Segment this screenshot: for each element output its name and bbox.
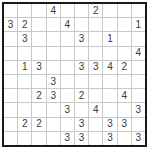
cell-r6c8[interactable] [103,75,116,88]
cell-r8c9[interactable] [118,103,131,116]
cell-r7c3[interactable]: 2 [32,89,45,102]
cell-r6c4[interactable]: 3 [47,75,60,88]
cell-r4c3[interactable] [32,47,45,60]
cell-r2c3[interactable] [32,18,45,31]
cell-r3c2[interactable]: 3 [18,32,31,45]
cell-r4c7[interactable] [89,47,102,60]
cell-r2c1[interactable]: 3 [4,18,17,31]
cell-r8c3[interactable] [32,103,45,116]
cell-r10c8[interactable]: 3 [103,132,116,145]
cell-r1c5[interactable] [61,4,74,17]
cell-r4c8[interactable] [103,47,116,60]
cell-r4c2[interactable] [18,47,31,60]
cell-r3c7[interactable] [89,32,102,45]
cell-r5c7[interactable]: 3 [89,61,102,74]
cell-r9c1[interactable] [4,118,17,131]
cell-r1c7[interactable]: 2 [89,4,102,17]
cell-r7c2[interactable] [18,89,31,102]
cell-r5c3[interactable]: 3 [32,61,45,74]
cell-r5c4[interactable] [47,61,60,74]
cell-r5c10[interactable] [132,61,145,74]
cell-r3c10[interactable] [132,32,145,45]
cell-r6c10[interactable] [132,75,145,88]
cell-r3c1[interactable] [4,32,17,45]
cell-r3c9[interactable] [118,32,131,45]
cell-r2c6[interactable] [75,18,88,31]
cell-r6c9[interactable] [118,75,131,88]
cell-r6c2[interactable] [18,75,31,88]
cell-r8c2[interactable] [18,103,31,116]
cell-r6c3[interactable] [32,75,45,88]
cell-r5c9[interactable]: 2 [118,61,131,74]
cell-r8c10[interactable]: 3 [132,103,145,116]
cell-r5c2[interactable]: 1 [18,61,31,74]
cell-r2c5[interactable]: 4 [61,18,74,31]
cell-r7c10[interactable] [132,89,145,102]
cell-r10c5[interactable]: 3 [61,132,74,145]
cell-r8c6[interactable] [75,103,88,116]
cell-r10c10[interactable]: 3 [132,132,145,145]
puzzle-board: 423241331413334232324343223333333 [2,2,147,147]
cell-r9c7[interactable] [89,118,102,131]
cell-r4c10[interactable]: 4 [132,47,145,60]
cell-r4c6[interactable] [75,47,88,60]
cell-r7c4[interactable]: 3 [47,89,60,102]
cell-r8c7[interactable]: 4 [89,103,102,116]
cell-r2c8[interactable] [103,18,116,31]
cell-r6c6[interactable] [75,75,88,88]
cell-r1c10[interactable] [132,4,145,17]
cell-r7c9[interactable]: 4 [118,89,131,102]
cell-r9c9[interactable]: 3 [118,118,131,131]
cell-r5c1[interactable] [4,61,17,74]
cell-r3c6[interactable]: 3 [75,32,88,45]
cell-r9c4[interactable] [47,118,60,131]
cell-r10c1[interactable] [4,132,17,145]
cell-r8c4[interactable] [47,103,60,116]
cell-r1c3[interactable] [32,4,45,17]
cell-r9c10[interactable] [132,118,145,131]
cell-r10c7[interactable] [89,132,102,145]
cell-r3c3[interactable] [32,32,45,45]
cell-r2c9[interactable] [118,18,131,31]
cell-r3c4[interactable] [47,32,60,45]
cell-r6c5[interactable] [61,75,74,88]
cell-r8c1[interactable] [4,103,17,116]
cell-r3c5[interactable] [61,32,74,45]
cell-r7c6[interactable]: 2 [75,89,88,102]
cell-r10c2[interactable] [18,132,31,145]
cell-r5c5[interactable] [61,61,74,74]
cell-r8c8[interactable] [103,103,116,116]
cell-r3c8[interactable]: 1 [103,32,116,45]
cell-r1c2[interactable] [18,4,31,17]
cell-r4c1[interactable] [4,47,17,60]
cell-r8c5[interactable]: 3 [61,103,74,116]
cell-r2c4[interactable] [47,18,60,31]
cell-r5c6[interactable]: 3 [75,61,88,74]
cell-r5c8[interactable]: 4 [103,61,116,74]
cell-r1c4[interactable]: 4 [47,4,60,17]
cell-r10c4[interactable] [47,132,60,145]
cell-r6c7[interactable] [89,75,102,88]
cell-r2c2[interactable]: 2 [18,18,31,31]
cell-r1c9[interactable] [118,4,131,17]
cell-r4c5[interactable] [61,47,74,60]
cell-r9c3[interactable]: 2 [32,118,45,131]
cell-r4c4[interactable] [47,47,60,60]
cell-r10c6[interactable]: 3 [75,132,88,145]
cell-r9c5[interactable] [61,118,74,131]
cell-r7c1[interactable] [4,89,17,102]
cell-r9c8[interactable]: 3 [103,118,116,131]
cell-r2c7[interactable] [89,18,102,31]
cell-r7c7[interactable] [89,89,102,102]
cell-r6c1[interactable] [4,75,17,88]
cell-r1c1[interactable] [4,4,17,17]
cell-r7c5[interactable] [61,89,74,102]
cell-r10c9[interactable] [118,132,131,145]
cell-r1c6[interactable] [75,4,88,17]
cell-r2c10[interactable]: 1 [132,18,145,31]
cell-r4c9[interactable] [118,47,131,60]
cell-r9c6[interactable]: 3 [75,118,88,131]
cell-r9c2[interactable]: 2 [18,118,31,131]
cell-r10c3[interactable] [32,132,45,145]
cell-r1c8[interactable] [103,4,116,17]
cell-r7c8[interactable] [103,89,116,102]
